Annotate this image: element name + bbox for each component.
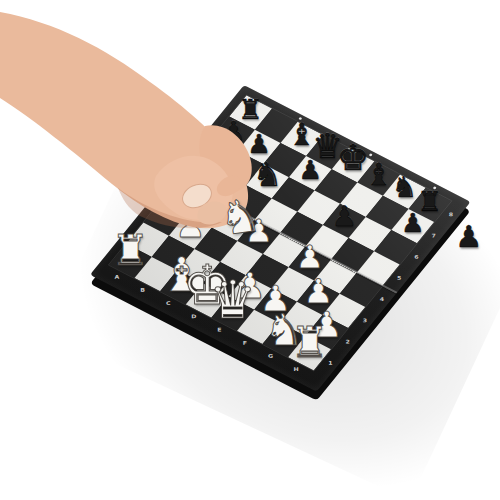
product-photo-scene: ABCDEFGH12345678 ♜♝♛♚♝♞♜♟♟♟♟♞♟♟♟♟♟♟♟♟♜♝♚… [0,0,500,500]
fingertips-over-piece [0,0,500,500]
